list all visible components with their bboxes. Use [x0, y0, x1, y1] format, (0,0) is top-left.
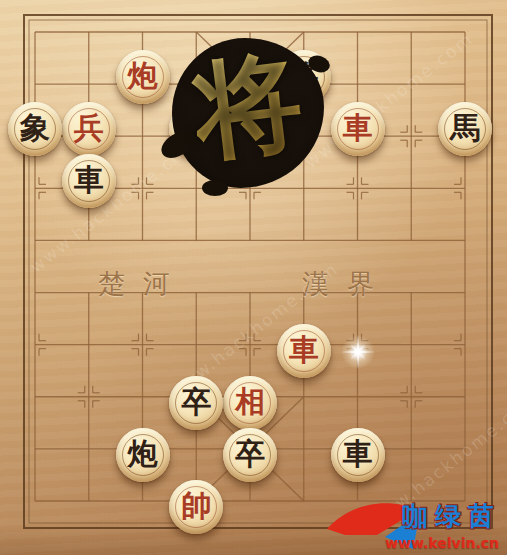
site-watermark: www.hackhome.com [26, 133, 202, 277]
piece-red-chariot-a[interactable]: 車 [331, 102, 385, 156]
piece-character: 車 [343, 113, 373, 143]
ink-splash-drop [202, 180, 228, 196]
piece-red-cannon[interactable]: 炮 [116, 50, 170, 104]
frame-shadow [0, 525, 507, 555]
piece-character: 馬 [450, 113, 480, 143]
sparkle-effect [341, 335, 375, 369]
piece-character: 卒 [235, 439, 265, 469]
river-label-left: 楚河 [98, 266, 188, 302]
piece-character: 車 [74, 165, 104, 195]
piece-black-general[interactable]: 将 [277, 50, 331, 104]
piece-black-soldier-b[interactable]: 卒 [223, 428, 277, 482]
piece-character: 馬 [181, 113, 211, 143]
xiangqi-board[interactable]: 楚河 漢界 www.hackhome.com www.hackhome.com … [0, 0, 507, 555]
piece-red-horse[interactable]: 馬 [169, 102, 223, 156]
piece-black-elephant[interactable]: 象 [8, 102, 62, 156]
piece-character: 兵 [74, 113, 104, 143]
piece-character: 炮 [128, 439, 158, 469]
piece-character: 象 [20, 113, 50, 143]
piece-black-horse[interactable]: 馬 [438, 102, 492, 156]
piece-red-elephant[interactable]: 相 [223, 376, 277, 430]
river-label-right: 漢界 [302, 266, 392, 302]
piece-black-cannon[interactable]: 炮 [116, 428, 170, 482]
piece-black-chariot-a[interactable]: 車 [62, 154, 116, 208]
piece-character: 炮 [128, 61, 158, 91]
piece-character: 車 [289, 335, 319, 365]
piece-black-soldier-a[interactable]: 卒 [169, 376, 223, 430]
piece-red-chariot-b[interactable]: 車 [277, 324, 331, 378]
piece-character: 車 [343, 439, 373, 469]
piece-character: 将 [289, 61, 319, 91]
site-watermark: www.hackhome.com [366, 388, 507, 532]
piece-character: 帥 [181, 491, 211, 521]
piece-black-chariot-b[interactable]: 車 [331, 428, 385, 482]
piece-character: 相 [235, 387, 265, 417]
piece-red-soldier[interactable]: 兵 [62, 102, 116, 156]
piece-character: 卒 [181, 387, 211, 417]
